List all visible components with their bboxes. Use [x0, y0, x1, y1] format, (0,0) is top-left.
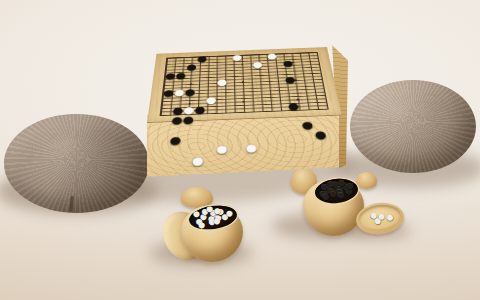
black-stone-in-bowl: ● — [322, 192, 330, 201]
board-leg-back-right — [356, 172, 377, 189]
left-cushion-fabric-texture — [4, 114, 149, 213]
goban-still-life-scene: ●●●●●●●●●●●●●●●●●●●●●●●●●● ●●●●●●●●●●●●●… — [0, 0, 480, 300]
black-stone: ● — [172, 106, 184, 116]
black-stone: ● — [197, 55, 207, 63]
black-bowl-opening: ●●●●●●●●●●●●●●● — [314, 177, 359, 205]
black-stone: ● — [282, 59, 293, 67]
right-floor-cushion — [350, 80, 476, 173]
white-stone: ● — [252, 60, 263, 68]
captured-white-stone-on-lid: ● — [374, 217, 382, 226]
left-floor-cushion — [4, 114, 149, 213]
white-stone: ● — [217, 78, 228, 87]
black-stone: ● — [175, 71, 186, 80]
black-stone: ● — [284, 75, 296, 84]
right-cushion-fabric-texture — [350, 80, 476, 173]
black-stone-in-bowl: ● — [346, 182, 354, 191]
white-stone-in-bowl: ● — [206, 205, 214, 214]
white-stone: ● — [206, 95, 217, 104]
black-stone-in-bowl: ● — [337, 179, 345, 188]
white-stone: ● — [174, 88, 185, 97]
black-stone: ● — [163, 88, 175, 97]
white-stone-in-bowl: ● — [198, 221, 206, 230]
go-board-play-area: ●●●●●●●●●●●●●●●●●●●●●●●●●● — [155, 50, 333, 117]
black-stone-in-bowl: ● — [327, 181, 335, 190]
black-stone-in-bowl: ● — [320, 183, 328, 192]
board-stones: ●●●●●●●●●●●●●●●●●●●●●●●●●● — [155, 50, 333, 117]
white-stone: ● — [232, 53, 242, 61]
go-board-top: ●●●●●●●●●●●●●●●●●●●●●●●●●● — [147, 47, 342, 123]
white-stone: ● — [267, 52, 278, 60]
white-stone-in-bowl: ● — [213, 217, 221, 226]
black-bowl-lid-face: ●●●● — [358, 203, 403, 232]
black-stone: ● — [186, 63, 197, 71]
black-stone-in-bowl: ● — [337, 191, 345, 200]
white-stone-in-bowl: ● — [193, 210, 201, 219]
black-stone: ● — [165, 72, 176, 81]
white-stone-in-bowl: ● — [213, 207, 221, 216]
white-stone-in-bowl: ● — [225, 209, 233, 218]
captured-white-stone-on-lid: ● — [386, 213, 394, 222]
white-stone: ● — [183, 105, 195, 115]
black-stone: ● — [287, 101, 299, 111]
black-stone: ● — [184, 88, 195, 97]
black-stone: ● — [194, 105, 205, 115]
